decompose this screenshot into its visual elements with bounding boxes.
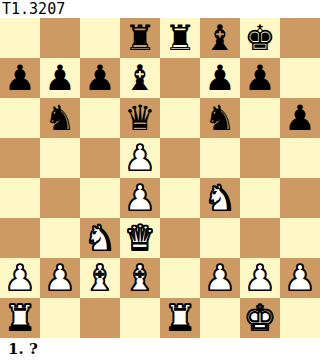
square-g7[interactable]: ♟ <box>240 58 280 98</box>
square-e6[interactable] <box>160 98 200 138</box>
square-e2[interactable] <box>160 258 200 298</box>
piece-white-bishop: ♝ <box>124 258 155 298</box>
square-e8[interactable]: ♜ <box>160 18 200 58</box>
square-f2[interactable]: ♟ <box>200 258 240 298</box>
square-d8[interactable]: ♜ <box>120 18 160 58</box>
piece-black-pawn: ♟ <box>4 58 35 98</box>
square-f6[interactable]: ♞ <box>200 98 240 138</box>
square-e3[interactable] <box>160 218 200 258</box>
square-c1[interactable] <box>80 298 120 338</box>
square-f1[interactable] <box>200 298 240 338</box>
square-g3[interactable] <box>240 218 280 258</box>
square-c4[interactable] <box>80 178 120 218</box>
square-a3[interactable] <box>0 218 40 258</box>
square-f8[interactable]: ♝ <box>200 18 240 58</box>
square-d6[interactable]: ♛ <box>120 98 160 138</box>
square-a2[interactable]: ♟ <box>0 258 40 298</box>
piece-white-rook: ♜ <box>164 298 195 338</box>
square-e1[interactable]: ♜ <box>160 298 200 338</box>
chess-puzzle-app: T1.3207 ♜♜♝♚♟♟♟♝♟♟♞♛♞♟♟♟♞♞♛♟♟♝♝♟♟♟♜♜♚ 1.… <box>0 0 320 360</box>
square-g2[interactable]: ♟ <box>240 258 280 298</box>
square-b6[interactable]: ♞ <box>40 98 80 138</box>
square-d1[interactable] <box>120 298 160 338</box>
piece-white-king: ♚ <box>244 298 275 338</box>
square-h2[interactable]: ♟ <box>280 258 320 298</box>
square-h7[interactable] <box>280 58 320 98</box>
square-h8[interactable] <box>280 18 320 58</box>
move-prompt: 1. ? <box>0 338 320 360</box>
square-c3[interactable]: ♞ <box>80 218 120 258</box>
piece-white-pawn: ♟ <box>124 178 155 218</box>
piece-black-knight: ♞ <box>44 98 75 138</box>
square-a7[interactable]: ♟ <box>0 58 40 98</box>
piece-white-rook: ♜ <box>4 298 35 338</box>
square-h6[interactable]: ♟ <box>280 98 320 138</box>
square-d7[interactable]: ♝ <box>120 58 160 98</box>
square-d2[interactable]: ♝ <box>120 258 160 298</box>
piece-white-bishop: ♝ <box>84 258 115 298</box>
piece-black-pawn: ♟ <box>204 58 235 98</box>
square-g6[interactable] <box>240 98 280 138</box>
piece-black-pawn: ♟ <box>44 58 75 98</box>
square-a6[interactable] <box>0 98 40 138</box>
square-e5[interactable] <box>160 138 200 178</box>
square-f3[interactable] <box>200 218 240 258</box>
square-a8[interactable] <box>0 18 40 58</box>
puzzle-id: T1.3207 <box>0 0 320 18</box>
square-a4[interactable] <box>0 178 40 218</box>
square-b5[interactable] <box>40 138 80 178</box>
piece-black-rook: ♜ <box>164 18 195 58</box>
square-b8[interactable] <box>40 18 80 58</box>
square-f5[interactable] <box>200 138 240 178</box>
piece-black-pawn: ♟ <box>84 58 115 98</box>
piece-black-rook: ♜ <box>124 18 155 58</box>
piece-white-knight: ♞ <box>204 178 235 218</box>
square-a1[interactable]: ♜ <box>0 298 40 338</box>
square-b3[interactable] <box>40 218 80 258</box>
piece-white-pawn: ♟ <box>284 258 315 298</box>
square-a5[interactable] <box>0 138 40 178</box>
square-c2[interactable]: ♝ <box>80 258 120 298</box>
square-d3[interactable]: ♛ <box>120 218 160 258</box>
piece-white-pawn: ♟ <box>204 258 235 298</box>
square-h1[interactable] <box>280 298 320 338</box>
piece-white-pawn: ♟ <box>244 258 275 298</box>
piece-white-queen: ♛ <box>124 218 155 258</box>
square-g1[interactable]: ♚ <box>240 298 280 338</box>
piece-white-pawn: ♟ <box>4 258 35 298</box>
piece-black-king: ♚ <box>244 18 275 58</box>
piece-white-pawn: ♟ <box>44 258 75 298</box>
square-f7[interactable]: ♟ <box>200 58 240 98</box>
piece-black-pawn: ♟ <box>284 98 315 138</box>
piece-black-bishop: ♝ <box>124 58 155 98</box>
piece-black-pawn: ♟ <box>244 58 275 98</box>
square-g8[interactable]: ♚ <box>240 18 280 58</box>
square-f4[interactable]: ♞ <box>200 178 240 218</box>
piece-black-knight: ♞ <box>204 98 235 138</box>
square-c5[interactable] <box>80 138 120 178</box>
square-b2[interactable]: ♟ <box>40 258 80 298</box>
square-b7[interactable]: ♟ <box>40 58 80 98</box>
piece-black-bishop: ♝ <box>204 18 235 58</box>
square-d5[interactable]: ♟ <box>120 138 160 178</box>
piece-white-knight: ♞ <box>84 218 115 258</box>
square-b4[interactable] <box>40 178 80 218</box>
square-g5[interactable] <box>240 138 280 178</box>
square-g4[interactable] <box>240 178 280 218</box>
square-h4[interactable] <box>280 178 320 218</box>
square-c6[interactable] <box>80 98 120 138</box>
square-e7[interactable] <box>160 58 200 98</box>
square-b1[interactable] <box>40 298 80 338</box>
chess-board: ♜♜♝♚♟♟♟♝♟♟♞♛♞♟♟♟♞♞♛♟♟♝♝♟♟♟♜♜♚ <box>0 18 320 338</box>
square-d4[interactable]: ♟ <box>120 178 160 218</box>
square-h3[interactable] <box>280 218 320 258</box>
piece-white-pawn: ♟ <box>124 138 155 178</box>
square-e4[interactable] <box>160 178 200 218</box>
square-h5[interactable] <box>280 138 320 178</box>
square-c8[interactable] <box>80 18 120 58</box>
square-c7[interactable]: ♟ <box>80 58 120 98</box>
piece-black-queen: ♛ <box>124 98 155 138</box>
